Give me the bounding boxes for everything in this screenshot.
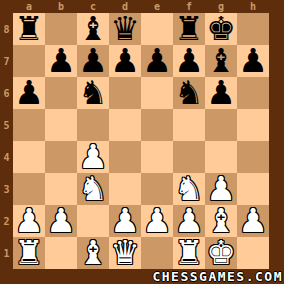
square-e4[interactable] — [141, 141, 173, 173]
square-h6[interactable] — [237, 77, 269, 109]
chess-board-widget: abcdefgh 87654321 ♜♝♛♜♚♟♟♟♟♟♝♟♟♞♞♟♟♞♞♟♟♟… — [0, 0, 284, 284]
square-h1[interactable] — [237, 237, 269, 269]
rank-label-8: 8 — [0, 13, 13, 45]
black-pawn-a6: ♟ — [14, 76, 44, 109]
black-pawn-d7: ♟ — [110, 44, 140, 77]
square-e6[interactable] — [141, 77, 173, 109]
file-label-b: b — [45, 0, 77, 13]
square-h4[interactable] — [237, 141, 269, 173]
square-b4[interactable] — [45, 141, 77, 173]
square-g5[interactable] — [205, 109, 237, 141]
square-h5[interactable] — [237, 109, 269, 141]
rank-label-1: 1 — [0, 237, 13, 269]
square-c6[interactable]: ♞ — [77, 77, 109, 109]
rank-label-6: 6 — [0, 77, 13, 109]
rank-label-7: 7 — [0, 45, 13, 77]
square-d1[interactable]: ♛ — [109, 237, 141, 269]
square-e1[interactable] — [141, 237, 173, 269]
black-pawn-h7: ♟ — [238, 44, 268, 77]
square-f1[interactable]: ♜ — [173, 237, 205, 269]
black-pawn-g6: ♟ — [206, 76, 236, 109]
square-g6[interactable]: ♟ — [205, 77, 237, 109]
chessgames-watermark: CHESSGAMES.COM — [152, 269, 283, 284]
square-d4[interactable] — [109, 141, 141, 173]
rank-label-5: 5 — [0, 109, 13, 141]
square-a1[interactable]: ♜ — [13, 237, 45, 269]
black-pawn-b7: ♟ — [46, 44, 76, 77]
square-f6[interactable]: ♞ — [173, 77, 205, 109]
rank-label-4: 4 — [0, 141, 13, 173]
rank-label-3: 3 — [0, 173, 13, 205]
rank-labels: 87654321 — [0, 13, 13, 269]
square-e5[interactable] — [141, 109, 173, 141]
square-a6[interactable]: ♟ — [13, 77, 45, 109]
white-rook-a1: ♜ — [14, 236, 44, 269]
white-queen-d1: ♛ — [110, 236, 140, 269]
square-b6[interactable] — [45, 77, 77, 109]
square-d6[interactable] — [109, 77, 141, 109]
black-rook-a8: ♜ — [14, 12, 44, 45]
white-king-g1: ♚ — [206, 236, 236, 269]
square-h2[interactable]: ♟ — [237, 205, 269, 237]
square-f5[interactable] — [173, 109, 205, 141]
white-bishop-c1: ♝ — [78, 236, 108, 269]
square-b7[interactable]: ♟ — [45, 45, 77, 77]
square-a8[interactable]: ♜ — [13, 13, 45, 45]
square-d5[interactable] — [109, 109, 141, 141]
square-a4[interactable] — [13, 141, 45, 173]
black-knight-c6: ♞ — [78, 76, 108, 109]
chess-board: ♜♝♛♜♚♟♟♟♟♟♝♟♟♞♞♟♟♞♞♟♟♟♟♟♟♝♟♜♝♛♜♚ — [13, 13, 269, 269]
square-a5[interactable] — [13, 109, 45, 141]
file-label-e: e — [141, 0, 173, 13]
square-b5[interactable] — [45, 109, 77, 141]
white-pawn-h2: ♟ — [238, 204, 268, 237]
square-e2[interactable]: ♟ — [141, 205, 173, 237]
black-knight-f6: ♞ — [174, 76, 204, 109]
square-d7[interactable]: ♟ — [109, 45, 141, 77]
square-g1[interactable]: ♚ — [205, 237, 237, 269]
square-e7[interactable]: ♟ — [141, 45, 173, 77]
white-pawn-b2: ♟ — [46, 204, 76, 237]
file-label-h: h — [237, 0, 269, 13]
white-knight-c3: ♞ — [78, 172, 108, 205]
square-c1[interactable]: ♝ — [77, 237, 109, 269]
square-b1[interactable] — [45, 237, 77, 269]
square-h7[interactable]: ♟ — [237, 45, 269, 77]
square-b2[interactable]: ♟ — [45, 205, 77, 237]
white-rook-f1: ♜ — [174, 236, 204, 269]
white-pawn-e2: ♟ — [142, 204, 172, 237]
square-c3[interactable]: ♞ — [77, 173, 109, 205]
rank-label-2: 2 — [0, 205, 13, 237]
black-pawn-e7: ♟ — [142, 44, 172, 77]
